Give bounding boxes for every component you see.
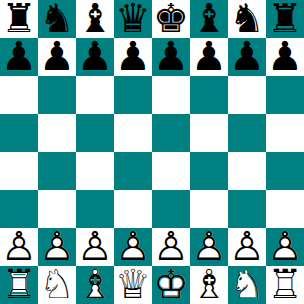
- square-g7[interactable]: ♟: [228, 38, 266, 76]
- square-e5[interactable]: [152, 114, 190, 152]
- white-piece-outline: ♗: [190, 266, 228, 303]
- black-piece-glyph: ♞: [38, 0, 76, 37]
- square-h6[interactable]: [266, 76, 304, 114]
- square-e4[interactable]: [152, 152, 190, 190]
- square-g6[interactable]: [228, 76, 266, 114]
- square-g2[interactable]: ♟♙: [228, 228, 266, 266]
- black-bishop[interactable]: ♝: [76, 0, 114, 38]
- white-piece-outline: ♖: [266, 266, 304, 303]
- black-piece-glyph: ♟: [266, 38, 304, 75]
- square-b6[interactable]: [38, 76, 76, 114]
- square-g5[interactable]: [228, 114, 266, 152]
- square-c7[interactable]: ♟: [76, 38, 114, 76]
- black-pawn[interactable]: ♟: [152, 38, 190, 76]
- chess-board: ♜♞♝♛♚♝♞♜♟♟♟♟♟♟♟♟♟♙♟♙♟♙♟♙♟♙♟♙♟♙♟♙♜♖♞♘♝♗♛♕…: [0, 0, 304, 304]
- square-g3[interactable]: [228, 190, 266, 228]
- white-piece-outline: ♙: [190, 228, 228, 265]
- square-b7[interactable]: ♟: [38, 38, 76, 76]
- square-a8[interactable]: ♜: [0, 0, 38, 38]
- black-knight[interactable]: ♞: [38, 0, 76, 38]
- square-d4[interactable]: [114, 152, 152, 190]
- square-c8[interactable]: ♝: [76, 0, 114, 38]
- white-piece-outline: ♔: [152, 266, 190, 303]
- white-king[interactable]: ♚♔: [152, 266, 190, 304]
- black-piece-glyph: ♟: [190, 38, 228, 75]
- square-b2[interactable]: ♟♙: [38, 228, 76, 266]
- square-d3[interactable]: [114, 190, 152, 228]
- square-e3[interactable]: [152, 190, 190, 228]
- white-piece-outline: ♙: [38, 228, 76, 265]
- black-piece-glyph: ♟: [152, 38, 190, 75]
- white-pawn[interactable]: ♟♙: [152, 228, 190, 266]
- black-pawn[interactable]: ♟: [228, 38, 266, 76]
- square-e7[interactable]: ♟: [152, 38, 190, 76]
- square-h1[interactable]: ♜♖: [266, 266, 304, 304]
- white-piece-outline: ♙: [228, 228, 266, 265]
- white-pawn[interactable]: ♟♙: [266, 228, 304, 266]
- black-piece-glyph: ♜: [266, 0, 304, 37]
- white-bishop[interactable]: ♝♗: [76, 266, 114, 304]
- square-f2[interactable]: ♟♙: [190, 228, 228, 266]
- white-pawn[interactable]: ♟♙: [114, 228, 152, 266]
- square-e6[interactable]: [152, 76, 190, 114]
- white-piece-outline: ♙: [266, 228, 304, 265]
- black-piece-glyph: ♝: [190, 0, 228, 37]
- black-piece-glyph: ♟: [38, 38, 76, 75]
- square-c6[interactable]: [76, 76, 114, 114]
- white-piece-outline: ♙: [76, 228, 114, 265]
- black-rook[interactable]: ♜: [0, 0, 38, 38]
- white-piece-outline: ♗: [76, 266, 114, 303]
- square-a1[interactable]: ♜♖: [0, 266, 38, 304]
- square-f4[interactable]: [190, 152, 228, 190]
- black-pawn[interactable]: ♟: [266, 38, 304, 76]
- black-king[interactable]: ♚: [152, 0, 190, 38]
- square-d8[interactable]: ♛: [114, 0, 152, 38]
- white-pawn[interactable]: ♟♙: [190, 228, 228, 266]
- black-pawn[interactable]: ♟: [76, 38, 114, 76]
- square-d6[interactable]: [114, 76, 152, 114]
- square-f6[interactable]: [190, 76, 228, 114]
- black-knight[interactable]: ♞: [228, 0, 266, 38]
- square-b5[interactable]: [38, 114, 76, 152]
- white-rook[interactable]: ♜♖: [266, 266, 304, 304]
- white-piece-outline: ♘: [38, 266, 76, 303]
- square-f8[interactable]: ♝: [190, 0, 228, 38]
- black-piece-glyph: ♟: [228, 38, 266, 75]
- square-e2[interactable]: ♟♙: [152, 228, 190, 266]
- square-a3[interactable]: [0, 190, 38, 228]
- square-f7[interactable]: ♟: [190, 38, 228, 76]
- black-piece-glyph: ♜: [0, 0, 38, 37]
- square-d1[interactable]: ♛♕: [114, 266, 152, 304]
- black-piece-glyph: ♟: [0, 38, 38, 75]
- white-piece-outline: ♙: [0, 228, 38, 265]
- square-h3[interactable]: [266, 190, 304, 228]
- black-bishop[interactable]: ♝: [190, 0, 228, 38]
- black-pawn[interactable]: ♟: [38, 38, 76, 76]
- black-piece-glyph: ♚: [152, 0, 190, 37]
- square-d7[interactable]: ♟: [114, 38, 152, 76]
- white-piece-outline: ♕: [114, 266, 152, 303]
- square-h4[interactable]: [266, 152, 304, 190]
- white-piece-outline: ♙: [114, 228, 152, 265]
- square-f1[interactable]: ♝♗: [190, 266, 228, 304]
- square-e1[interactable]: ♚♔: [152, 266, 190, 304]
- square-h5[interactable]: [266, 114, 304, 152]
- square-a7[interactable]: ♟: [0, 38, 38, 76]
- square-a4[interactable]: [0, 152, 38, 190]
- square-h8[interactable]: ♜: [266, 0, 304, 38]
- square-c3[interactable]: [76, 190, 114, 228]
- square-g1[interactable]: ♞♘: [228, 266, 266, 304]
- black-rook[interactable]: ♜: [266, 0, 304, 38]
- square-h2[interactable]: ♟♙: [266, 228, 304, 266]
- black-piece-glyph: ♛: [114, 0, 152, 37]
- square-b8[interactable]: ♞: [38, 0, 76, 38]
- white-pawn[interactable]: ♟♙: [38, 228, 76, 266]
- white-bishop[interactable]: ♝♗: [190, 266, 228, 304]
- white-piece-outline: ♖: [0, 266, 38, 303]
- square-a2[interactable]: ♟♙: [0, 228, 38, 266]
- square-b3[interactable]: [38, 190, 76, 228]
- black-piece-glyph: ♝: [76, 0, 114, 37]
- black-pawn[interactable]: ♟: [190, 38, 228, 76]
- white-pawn[interactable]: ♟♙: [228, 228, 266, 266]
- square-e8[interactable]: ♚: [152, 0, 190, 38]
- square-f5[interactable]: [190, 114, 228, 152]
- square-a6[interactable]: [0, 76, 38, 114]
- black-piece-glyph: ♞: [228, 0, 266, 37]
- white-piece-outline: ♘: [228, 266, 266, 303]
- square-b4[interactable]: [38, 152, 76, 190]
- square-d5[interactable]: [114, 114, 152, 152]
- square-b1[interactable]: ♞♘: [38, 266, 76, 304]
- black-piece-glyph: ♟: [114, 38, 152, 75]
- white-pawn[interactable]: ♟♙: [76, 228, 114, 266]
- square-h7[interactable]: ♟: [266, 38, 304, 76]
- white-pawn[interactable]: ♟♙: [0, 228, 38, 266]
- black-queen[interactable]: ♛: [114, 0, 152, 38]
- white-piece-outline: ♙: [152, 228, 190, 265]
- square-g4[interactable]: [228, 152, 266, 190]
- black-pawn[interactable]: ♟: [0, 38, 38, 76]
- white-rook[interactable]: ♜♖: [0, 266, 38, 304]
- square-g8[interactable]: ♞: [228, 0, 266, 38]
- white-queen[interactable]: ♛♕: [114, 266, 152, 304]
- square-c5[interactable]: [76, 114, 114, 152]
- black-pawn[interactable]: ♟: [114, 38, 152, 76]
- square-d2[interactable]: ♟♙: [114, 228, 152, 266]
- square-c1[interactable]: ♝♗: [76, 266, 114, 304]
- square-a5[interactable]: [0, 114, 38, 152]
- white-knight[interactable]: ♞♘: [228, 266, 266, 304]
- black-piece-glyph: ♟: [76, 38, 114, 75]
- white-knight[interactable]: ♞♘: [38, 266, 76, 304]
- square-c4[interactable]: [76, 152, 114, 190]
- square-c2[interactable]: ♟♙: [76, 228, 114, 266]
- square-f3[interactable]: [190, 190, 228, 228]
